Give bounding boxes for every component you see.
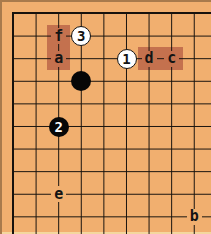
point-label-b[interactable]: b xyxy=(187,209,202,225)
go-board: 213fadceb xyxy=(0,0,211,234)
black-stone xyxy=(71,71,91,91)
black-stone-2: 2 xyxy=(49,117,69,137)
point-label-e[interactable]: e xyxy=(51,186,66,202)
white-stone-3: 3 xyxy=(71,26,91,46)
point-label-a[interactable]: a xyxy=(51,51,66,67)
point-label-c[interactable]: c xyxy=(164,51,179,67)
white-stone-1: 1 xyxy=(117,49,137,69)
point-label-d[interactable]: d xyxy=(142,51,157,67)
pieces-layer: 213fadceb xyxy=(0,0,211,234)
point-label-f[interactable]: f xyxy=(51,28,66,44)
